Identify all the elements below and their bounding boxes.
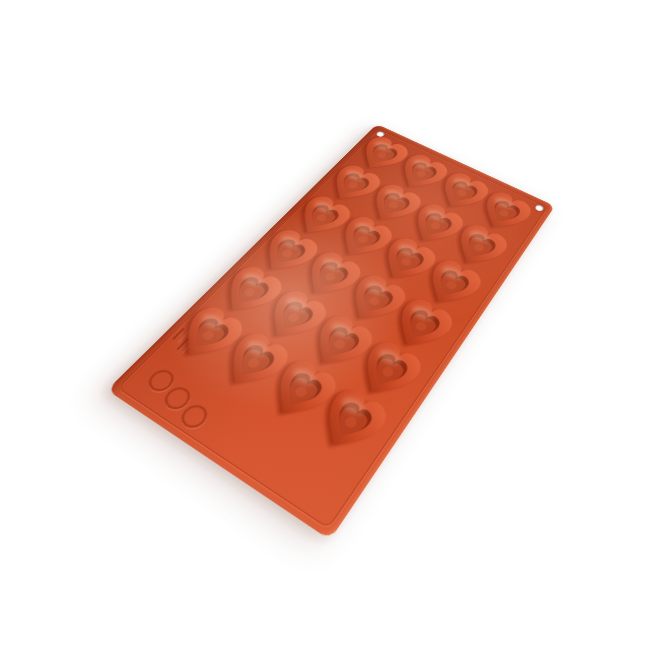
silicone-heart-mold xyxy=(107,124,555,540)
cavity-grid xyxy=(164,132,537,465)
hanging-hole-right-corner xyxy=(534,204,545,212)
photo-canvas xyxy=(0,0,670,670)
